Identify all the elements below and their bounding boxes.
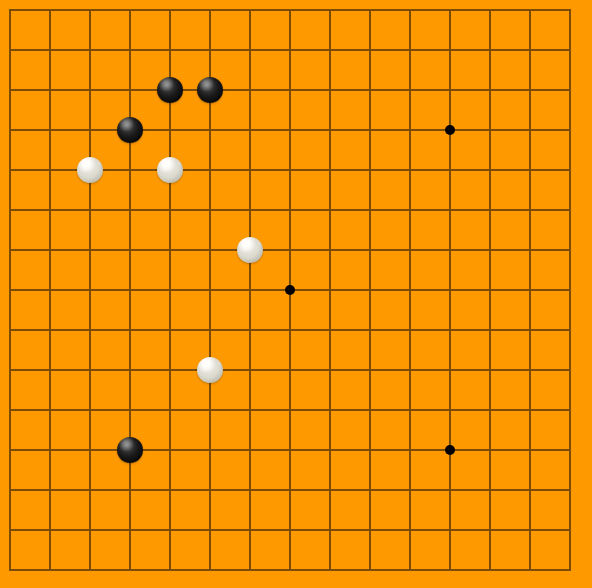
- black-stone[interactable]: [117, 437, 143, 463]
- black-stone[interactable]: [157, 77, 183, 103]
- white-stone[interactable]: [237, 237, 263, 263]
- white-stone[interactable]: [157, 157, 183, 183]
- white-stone[interactable]: [197, 357, 223, 383]
- star-point: [285, 285, 295, 295]
- board-intersections: [0, 0, 590, 588]
- black-stone[interactable]: [197, 77, 223, 103]
- black-stone[interactable]: [117, 117, 143, 143]
- go-board[interactable]: [0, 0, 592, 588]
- star-point: [445, 125, 455, 135]
- app-background: [0, 0, 592, 588]
- star-point: [445, 445, 455, 455]
- white-stone[interactable]: [77, 157, 103, 183]
